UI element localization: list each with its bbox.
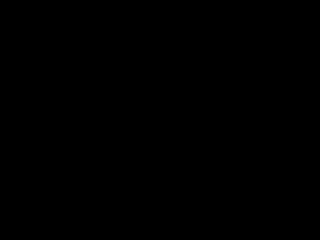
- board-background: [0, 0, 170, 164]
- go-app-window: [0, 0, 170, 170]
- board-bottom-edge: [0, 164, 170, 170]
